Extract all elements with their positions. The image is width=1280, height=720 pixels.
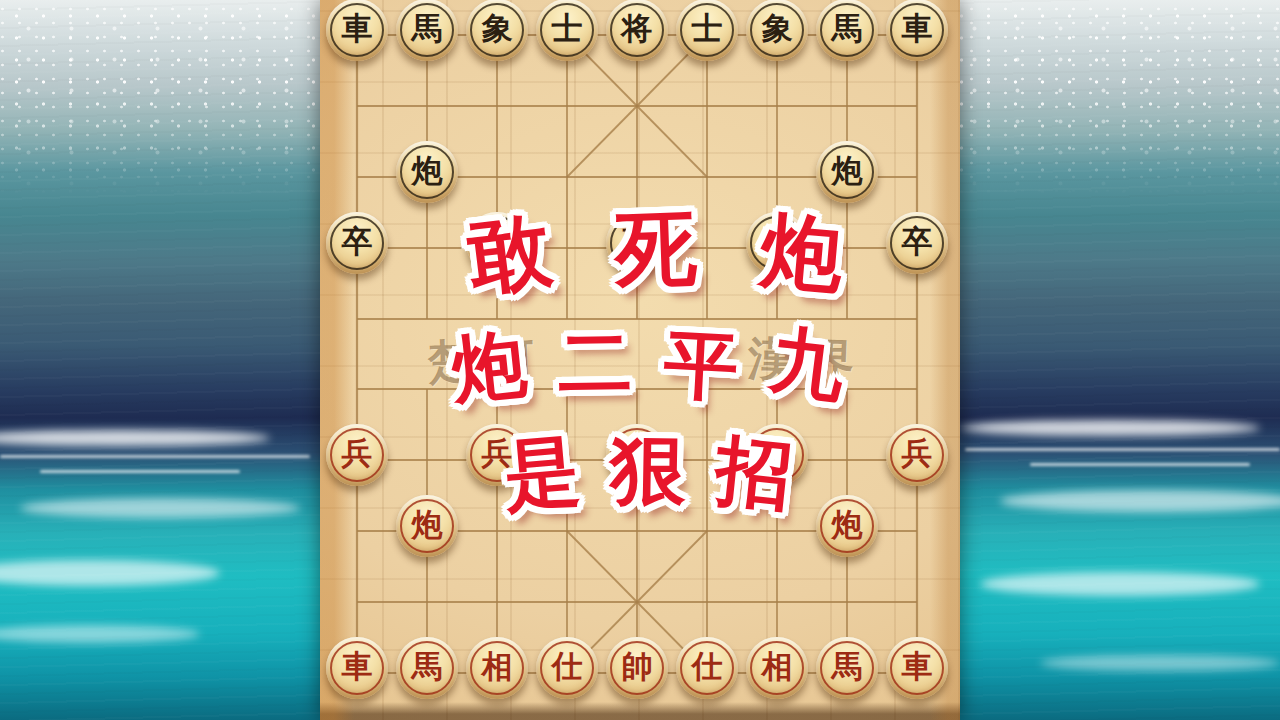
piece-character: 卒: [466, 210, 528, 272]
piece-character: 車: [326, 635, 388, 697]
piece-black-soldier[interactable]: 卒: [466, 212, 528, 274]
piece-black-elephant[interactable]: 象: [746, 0, 808, 61]
piece-character: 将: [606, 0, 668, 59]
piece-red-chariot[interactable]: 車: [326, 637, 388, 699]
piece-character: 卒: [886, 210, 948, 272]
wave-cap: [965, 448, 1280, 451]
piece-character: 仕: [536, 635, 598, 697]
piece-black-soldier[interactable]: 卒: [606, 212, 668, 274]
piece-black-advisor[interactable]: 士: [676, 0, 738, 61]
piece-character: 卒: [326, 210, 388, 272]
piece-character: 兵: [326, 422, 388, 484]
piece-character: 卒: [606, 210, 668, 272]
river-label-right: 漢界: [747, 328, 869, 394]
piece-red-elephant[interactable]: 相: [746, 637, 808, 699]
piece-black-horse[interactable]: 馬: [816, 0, 878, 61]
piece-red-advisor[interactable]: 仕: [536, 637, 598, 699]
screenshot-stage: 楚河 漢界 車馬象士将士象馬車炮炮卒卒卒卒卒兵兵兵兵兵炮炮車馬相仕帥仕相馬車 敢…: [0, 0, 1280, 720]
piece-character: 兵: [466, 422, 528, 484]
piece-black-advisor[interactable]: 士: [536, 0, 598, 61]
piece-character: 車: [886, 0, 948, 59]
piece-black-soldier[interactable]: 卒: [886, 212, 948, 274]
piece-character: 兵: [886, 422, 948, 484]
piece-character: 仕: [676, 635, 738, 697]
piece-red-soldier[interactable]: 兵: [326, 424, 388, 486]
piece-character: 相: [746, 635, 808, 697]
wave-cap: [40, 470, 240, 473]
piece-character: 炮: [816, 493, 878, 555]
piece-red-chariot[interactable]: 車: [886, 637, 948, 699]
piece-character: 象: [466, 0, 528, 59]
piece-character: 相: [466, 635, 528, 697]
piece-red-cannon[interactable]: 炮: [396, 495, 458, 557]
wave-cap: [0, 455, 310, 458]
wave-foam: [20, 498, 300, 518]
piece-red-soldier[interactable]: 兵: [466, 424, 528, 486]
piece-red-elephant[interactable]: 相: [466, 637, 528, 699]
wave-foam: [1000, 490, 1280, 512]
piece-character: 士: [676, 0, 738, 59]
wave-foam: [980, 572, 1260, 596]
piece-red-horse[interactable]: 馬: [816, 637, 878, 699]
wave-foam: [960, 420, 1260, 436]
piece-character: 兵: [746, 422, 808, 484]
piece-character: 炮: [816, 139, 878, 201]
piece-character: 卒: [746, 210, 808, 272]
piece-black-general[interactable]: 将: [606, 0, 668, 61]
piece-black-cannon[interactable]: 炮: [816, 141, 878, 203]
piece-character: 兵: [606, 422, 668, 484]
piece-red-soldier[interactable]: 兵: [606, 424, 668, 486]
piece-character: 帥: [606, 635, 668, 697]
wave-foam: [1040, 655, 1280, 671]
xiangqi-board[interactable]: 楚河 漢界 車馬象士将士象馬車炮炮卒卒卒卒卒兵兵兵兵兵炮炮車馬相仕帥仕相馬車: [320, 0, 960, 720]
piece-black-elephant[interactable]: 象: [466, 0, 528, 61]
piece-red-soldier[interactable]: 兵: [746, 424, 808, 486]
piece-red-advisor[interactable]: 仕: [676, 637, 738, 699]
piece-black-soldier[interactable]: 卒: [746, 212, 808, 274]
piece-black-soldier[interactable]: 卒: [326, 212, 388, 274]
river-label-left: 楚河: [427, 328, 549, 394]
piece-red-horse[interactable]: 馬: [396, 637, 458, 699]
piece-character: 士: [536, 0, 598, 59]
piece-character: 炮: [396, 139, 458, 201]
piece-black-cannon[interactable]: 炮: [396, 141, 458, 203]
piece-character: 象: [746, 0, 808, 59]
piece-character: 馬: [816, 635, 878, 697]
piece-red-general[interactable]: 帥: [606, 637, 668, 699]
piece-black-chariot[interactable]: 車: [326, 0, 388, 61]
piece-character: 馬: [396, 635, 458, 697]
piece-character: 車: [886, 635, 948, 697]
piece-character: 馬: [816, 0, 878, 59]
piece-black-chariot[interactable]: 車: [886, 0, 948, 61]
piece-character: 馬: [396, 0, 458, 59]
wave-cap: [1030, 463, 1250, 466]
piece-black-horse[interactable]: 馬: [396, 0, 458, 61]
piece-red-soldier[interactable]: 兵: [886, 424, 948, 486]
piece-character: 炮: [396, 493, 458, 555]
piece-red-cannon[interactable]: 炮: [816, 495, 878, 557]
piece-character: 車: [326, 0, 388, 59]
